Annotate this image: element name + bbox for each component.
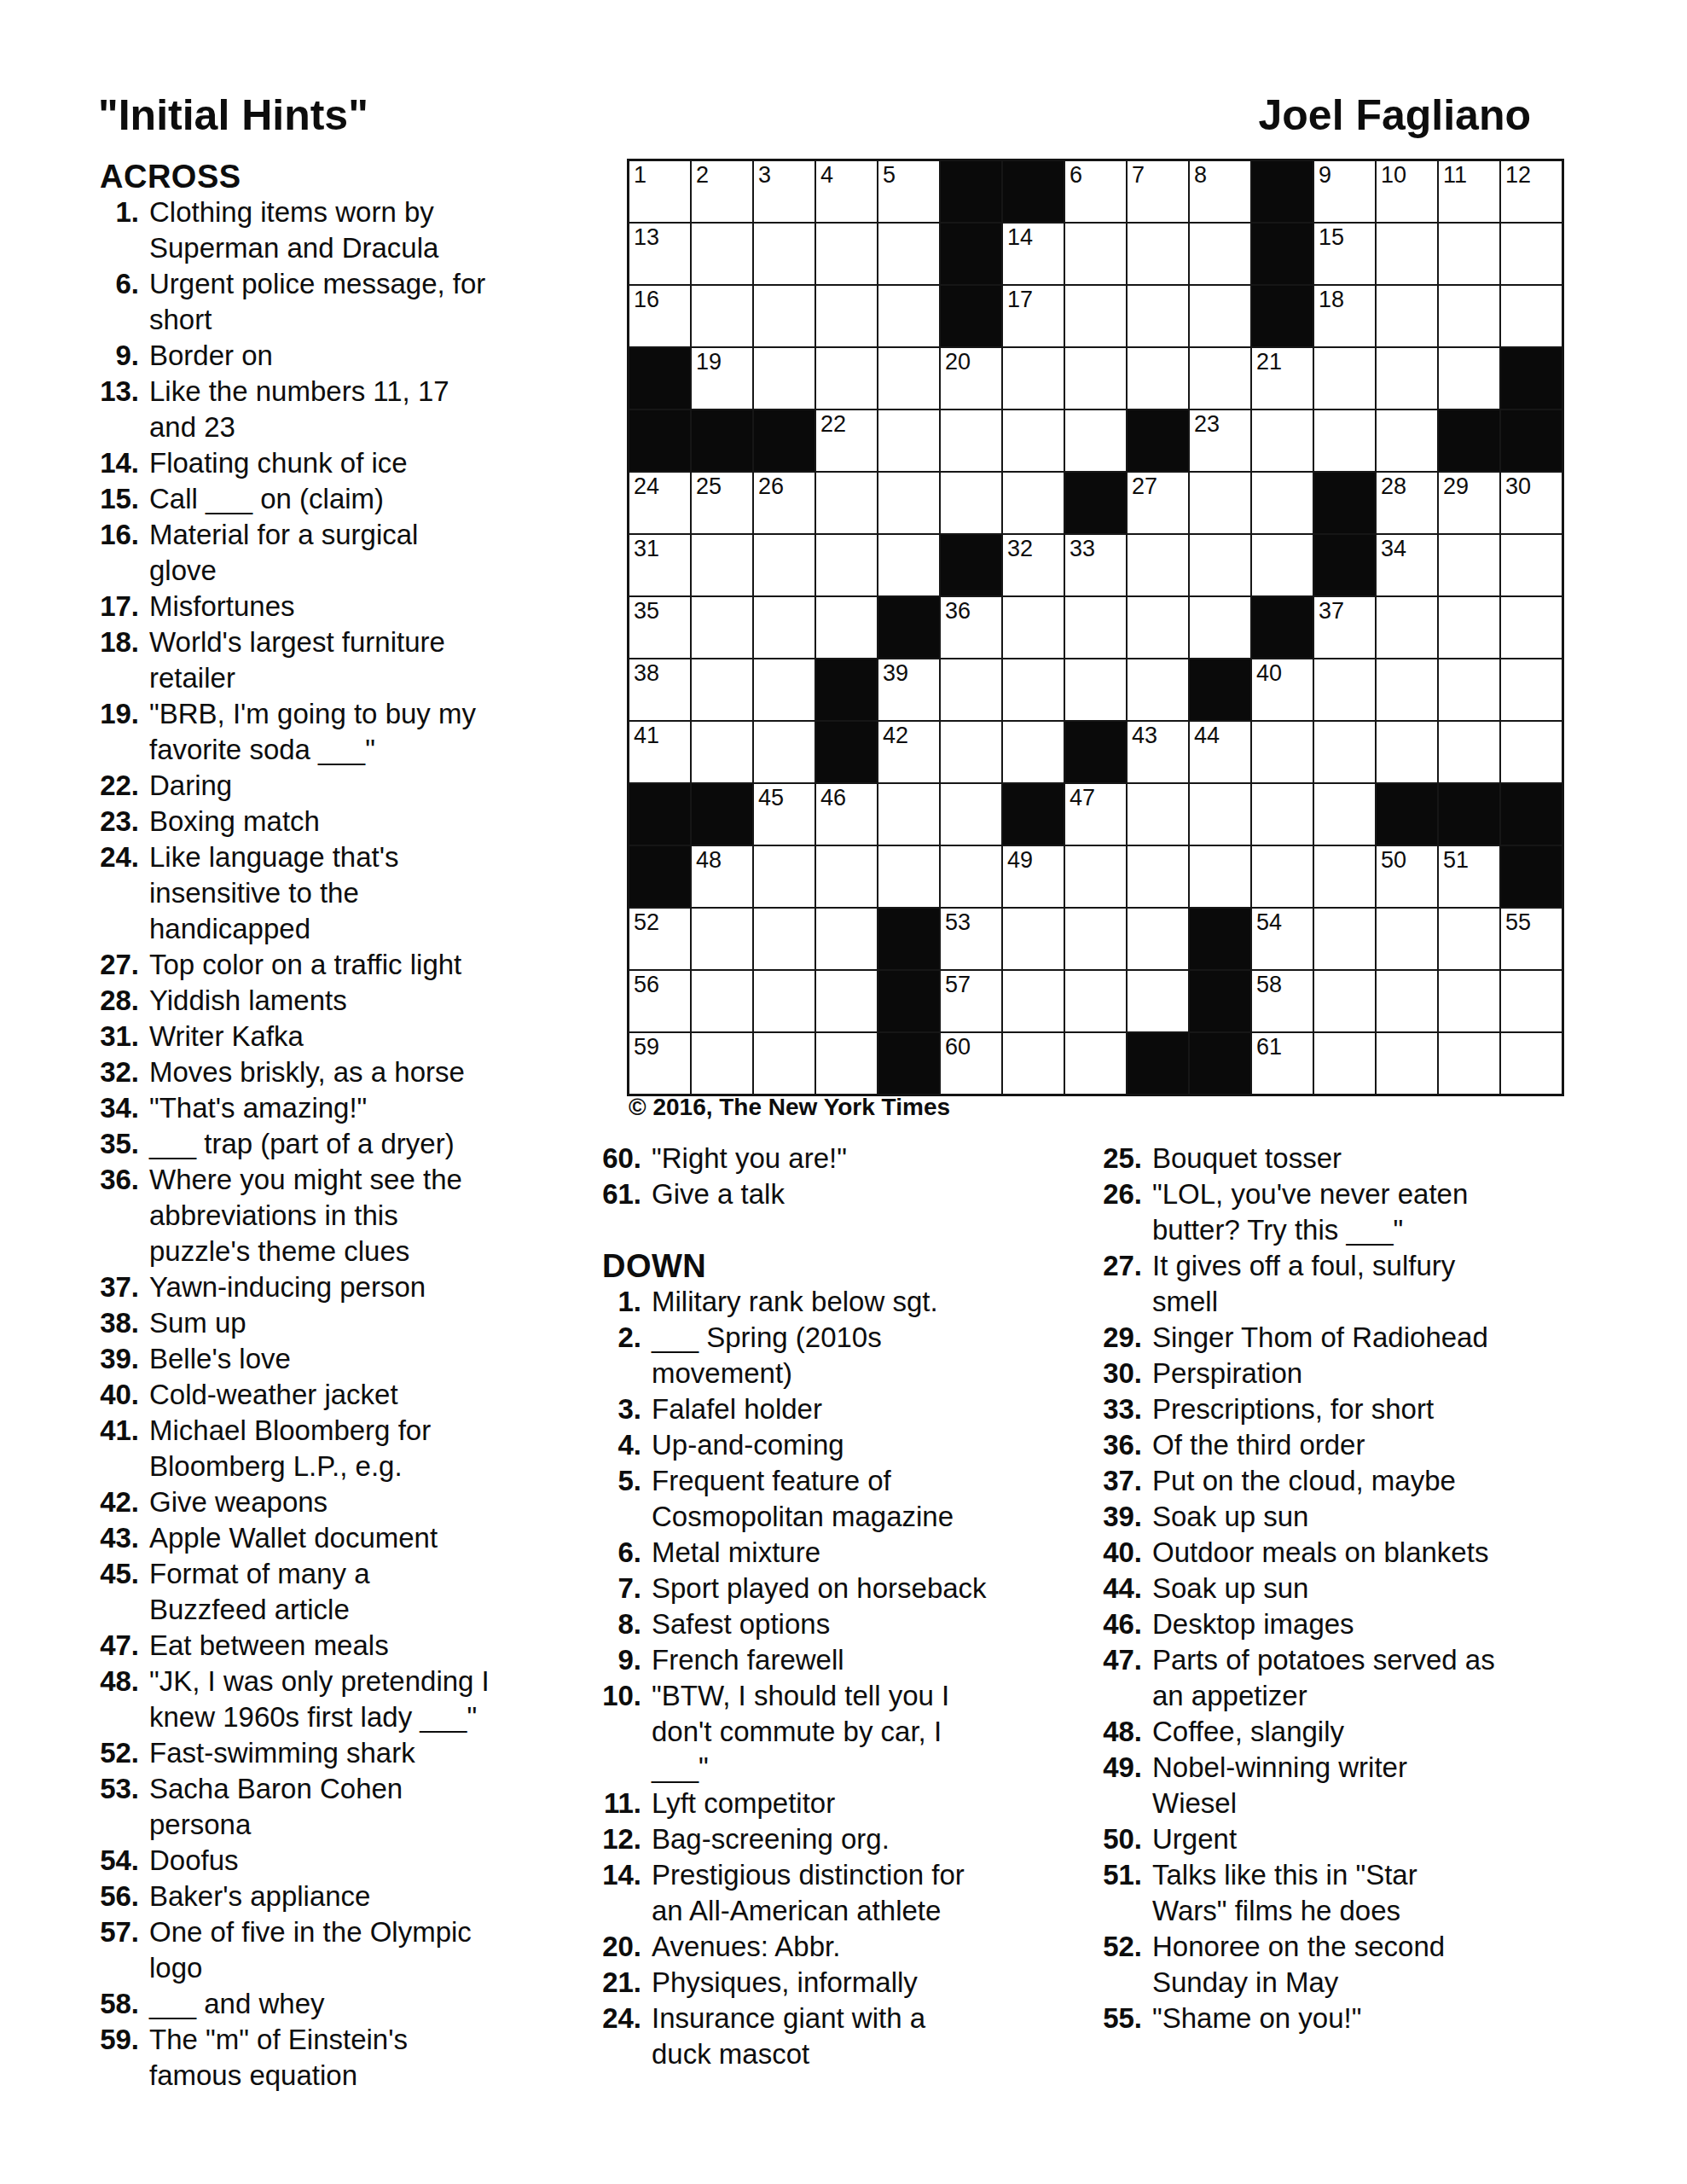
grid-cell[interactable]	[878, 534, 940, 596]
clue-number: 29.	[1103, 1320, 1142, 1356]
clue-number: 32.	[100, 1054, 139, 1090]
grid-cell[interactable]	[1500, 659, 1562, 721]
grid-cell[interactable]	[1189, 596, 1251, 659]
grid-cell[interactable]	[1251, 721, 1313, 783]
clue-number: 58.	[100, 1986, 139, 2022]
clue-item: 24.Insurance giant with a duck mascot	[602, 2001, 1080, 2072]
grid-cell-number: 17	[1007, 288, 1033, 311]
grid-cell[interactable]: 20	[940, 347, 1002, 409]
grid-cell[interactable]	[1438, 596, 1500, 659]
grid-cell[interactable]: 1	[629, 160, 691, 223]
grid-cell[interactable]: 28	[1376, 472, 1438, 534]
clue-item: 26."LOL, you've never eaten butter? Try …	[1103, 1176, 1610, 1248]
grid-cell-black	[1064, 721, 1127, 783]
grid-cell[interactable]: 45	[753, 783, 815, 845]
clue-item: 5.Frequent feature of Cosmopolitan magaz…	[602, 1463, 1080, 1535]
grid-cell[interactable]	[1064, 223, 1127, 285]
grid-cell[interactable]	[1376, 223, 1438, 285]
grid-cell[interactable]	[1002, 596, 1064, 659]
grid-cell[interactable]: 56	[629, 970, 691, 1032]
grid-cell[interactable]: 30	[1500, 472, 1562, 534]
grid-cell[interactable]	[1376, 1032, 1438, 1095]
grid-cell-number: 33	[1070, 537, 1095, 561]
grid-cell[interactable]	[878, 285, 940, 347]
grid-cell[interactable]	[1251, 534, 1313, 596]
grid-cell[interactable]	[753, 1032, 815, 1095]
grid-cell[interactable]: 6	[1064, 160, 1127, 223]
grid-cell-number: 21	[1256, 351, 1282, 374]
clue-number: 39.	[1103, 1499, 1142, 1535]
clue-number: 8.	[602, 1606, 641, 1642]
clue-number: 21.	[602, 1965, 641, 2001]
clue-text: Bouquet tosser	[1152, 1141, 1610, 1176]
clue-item: 37.Put on the cloud, maybe	[1103, 1463, 1610, 1499]
grid-cell[interactable]: 13	[629, 223, 691, 285]
grid-cell[interactable]	[691, 1032, 753, 1095]
grid-cell[interactable]	[1376, 347, 1438, 409]
grid-cell[interactable]	[815, 908, 878, 970]
clue-item: 6.Metal mixture	[602, 1535, 1080, 1571]
grid-cell-number: 34	[1381, 537, 1406, 561]
clue-item: 15.Call ___ on (claim)	[100, 481, 582, 517]
grid-cell[interactable]: 51	[1438, 845, 1500, 908]
grid-cell[interactable]: 22	[815, 409, 878, 472]
grid-cell[interactable]	[878, 223, 940, 285]
grid-cell[interactable]: 24	[629, 472, 691, 534]
grid-cell[interactable]	[815, 596, 878, 659]
grid-cell[interactable]	[1002, 347, 1064, 409]
grid-cell[interactable]: 11	[1438, 160, 1500, 223]
grid-cell[interactable]	[1376, 409, 1438, 472]
grid-cell[interactable]: 31	[629, 534, 691, 596]
grid-cell[interactable]	[1064, 659, 1127, 721]
grid-cell[interactable]: 37	[1313, 596, 1376, 659]
grid-cell[interactable]: 42	[878, 721, 940, 783]
grid-cell-number: 12	[1505, 164, 1531, 187]
copyright: © 2016, The New York Times	[629, 1094, 950, 1121]
grid-cell[interactable]: 34	[1376, 534, 1438, 596]
clue-number: 7.	[602, 1571, 641, 1606]
grid-cell[interactable]	[815, 970, 878, 1032]
grid-cell-number: 51	[1443, 849, 1469, 872]
clue-number: 22.	[100, 768, 139, 804]
clue-text: Metal mixture	[652, 1535, 1080, 1571]
grid-cell-number: 48	[696, 849, 722, 872]
clue-text: Nobel-winning writer Wiesel	[1152, 1750, 1610, 1821]
clue-text: Michael Bloomberg for Bloomberg L.P., e.…	[149, 1413, 582, 1484]
clue-text: "BRB, I'm going to buy my favorite soda …	[149, 696, 582, 768]
grid-cell[interactable]: 7	[1127, 160, 1189, 223]
grid-cell[interactable]	[691, 534, 753, 596]
clue-text: Put on the cloud, maybe	[1152, 1463, 1610, 1499]
grid-cell[interactable]	[1438, 970, 1500, 1032]
grid-cell[interactable]	[1189, 347, 1251, 409]
clue-text: Border on	[149, 338, 582, 374]
grid-cell-black	[1438, 409, 1500, 472]
grid-cell[interactable]	[1189, 223, 1251, 285]
grid-cell[interactable]	[1313, 845, 1376, 908]
grid-cell[interactable]	[691, 908, 753, 970]
grid-cell[interactable]: 55	[1500, 908, 1562, 970]
grid-cell[interactable]: 38	[629, 659, 691, 721]
down-clue-list-continued: 25.Bouquet tosser26."LOL, you've never e…	[1103, 1141, 1610, 2036]
grid-cell[interactable]	[1313, 721, 1376, 783]
grid-cell[interactable]	[1189, 534, 1251, 596]
grid-cell[interactable]: 16	[629, 285, 691, 347]
grid-cell[interactable]: 21	[1251, 347, 1313, 409]
grid-cell[interactable]: 17	[1002, 285, 1064, 347]
clue-text: Singer Thom of Radiohead	[1152, 1320, 1610, 1356]
grid-cell-black	[691, 409, 753, 472]
clue-number: 13.	[100, 374, 139, 409]
grid-cell[interactable]: 9	[1313, 160, 1376, 223]
grid-cell[interactable]	[1002, 409, 1064, 472]
clue-item: 54.Doofus	[100, 1843, 582, 1879]
grid-cell[interactable]	[940, 721, 1002, 783]
grid-cell[interactable]	[753, 908, 815, 970]
grid-cell-number: 42	[883, 724, 908, 747]
grid-cell[interactable]	[753, 970, 815, 1032]
clue-number: 36.	[100, 1162, 139, 1198]
grid-cell[interactable]: 40	[1251, 659, 1313, 721]
grid-cell[interactable]	[1313, 908, 1376, 970]
clue-text: Apple Wallet document	[149, 1520, 582, 1556]
grid-cell[interactable]	[1438, 223, 1500, 285]
grid-cell[interactable]	[1438, 1032, 1500, 1095]
grid-cell[interactable]: 54	[1251, 908, 1313, 970]
clue-item: 23.Boxing match	[100, 804, 582, 839]
clue-text: Floating chunk of ice	[149, 445, 582, 481]
grid-cell-black	[815, 721, 878, 783]
clue-item: 12.Bag-screening org.	[602, 1821, 1080, 1857]
grid-cell-number: 10	[1381, 164, 1406, 187]
grid-cell[interactable]	[1127, 845, 1189, 908]
grid-cell[interactable]	[1002, 721, 1064, 783]
clue-text: Cold-weather jacket	[149, 1377, 582, 1413]
grid-cell[interactable]	[1376, 721, 1438, 783]
grid-cell[interactable]	[1002, 1032, 1064, 1095]
grid-cell[interactable]: 50	[1376, 845, 1438, 908]
grid-cell-black	[940, 160, 1002, 223]
grid-cell[interactable]	[1251, 409, 1313, 472]
grid-cell[interactable]	[1313, 1032, 1376, 1095]
grid-cell[interactable]	[753, 659, 815, 721]
grid-cell[interactable]: 29	[1438, 472, 1500, 534]
grid-cell[interactable]	[1189, 472, 1251, 534]
grid-cell[interactable]	[1189, 783, 1251, 845]
grid-cell[interactable]	[878, 409, 940, 472]
clue-item: 37.Yawn-inducing person	[100, 1269, 582, 1305]
grid-cell[interactable]: 43	[1127, 721, 1189, 783]
grid-cell[interactable]	[815, 285, 878, 347]
grid-cell-number: 14	[1007, 226, 1033, 249]
grid-cell[interactable]: 14	[1002, 223, 1064, 285]
clue-text: ___ Spring (2010s movement)	[652, 1320, 1080, 1391]
grid-cell[interactable]	[1500, 596, 1562, 659]
grid-cell[interactable]: 10	[1376, 160, 1438, 223]
grid-cell-number: 36	[945, 600, 971, 623]
grid-cell[interactable]: 60	[940, 1032, 1002, 1095]
clue-number: 10.	[602, 1678, 641, 1714]
grid-cell[interactable]	[1313, 970, 1376, 1032]
grid-cell-number: 24	[634, 475, 659, 498]
grid-cell[interactable]	[1127, 596, 1189, 659]
grid-cell-black	[878, 596, 940, 659]
grid-cell[interactable]	[815, 223, 878, 285]
grid-cell[interactable]: 39	[878, 659, 940, 721]
grid-cell[interactable]	[1251, 845, 1313, 908]
grid-cell[interactable]	[1251, 783, 1313, 845]
grid-cell[interactable]	[1438, 534, 1500, 596]
clue-item: 28.Yiddish laments	[100, 983, 582, 1019]
grid-cell[interactable]	[1064, 845, 1127, 908]
grid-cell[interactable]	[1064, 285, 1127, 347]
grid-cell-number: 9	[1319, 164, 1331, 187]
grid-cell[interactable]: 44	[1189, 721, 1251, 783]
grid-cell[interactable]: 25	[691, 472, 753, 534]
grid-cell[interactable]: 5	[878, 160, 940, 223]
grid-cell[interactable]	[1064, 596, 1127, 659]
grid-cell[interactable]	[753, 721, 815, 783]
clue-text: Prescriptions, for short	[1152, 1391, 1610, 1427]
grid-cell[interactable]	[1127, 285, 1189, 347]
clue-number: 47.	[100, 1628, 139, 1664]
grid-cell[interactable]	[1064, 908, 1127, 970]
grid-cell-black	[815, 659, 878, 721]
clue-number: 42.	[100, 1484, 139, 1520]
clue-text: Physiques, informally	[652, 1965, 1080, 2001]
clue-number: 26.	[1103, 1176, 1142, 1212]
clue-number: 60.	[602, 1141, 641, 1176]
grid-cell[interactable]: 59	[629, 1032, 691, 1095]
grid-cell[interactable]: 57	[940, 970, 1002, 1032]
clue-item: 48."JK, I was only pretending I knew 196…	[100, 1664, 582, 1735]
clue-number: 1.	[602, 1284, 641, 1320]
grid-cell[interactable]	[1500, 721, 1562, 783]
grid-cell[interactable]	[878, 347, 940, 409]
clue-item: 57.One of five in the Olympic logo	[100, 1914, 582, 1986]
grid-cell[interactable]: 58	[1251, 970, 1313, 1032]
grid-cell[interactable]	[1002, 472, 1064, 534]
grid-cell-black	[940, 285, 1002, 347]
clue-text: ___ and whey	[149, 1986, 582, 2022]
grid-cell[interactable]	[1438, 908, 1500, 970]
grid-cell[interactable]: 23	[1189, 409, 1251, 472]
grid-cell-number: 16	[634, 288, 659, 311]
clue-text: Insurance giant with a duck mascot	[652, 2001, 1080, 2072]
grid-cell[interactable]	[940, 409, 1002, 472]
grid-cell[interactable]	[691, 285, 753, 347]
grid-cell-number: 53	[945, 911, 971, 934]
grid-cell[interactable]	[1376, 659, 1438, 721]
grid-cell[interactable]	[1127, 347, 1189, 409]
grid-cell[interactable]	[1313, 659, 1376, 721]
grid-cell[interactable]	[815, 1032, 878, 1095]
clue-number: 56.	[100, 1879, 139, 1914]
clue-number: 37.	[100, 1269, 139, 1305]
clue-text: Perspiration	[1152, 1356, 1610, 1391]
grid-cell[interactable]	[691, 970, 753, 1032]
grid-cell[interactable]: 26	[753, 472, 815, 534]
grid-cell[interactable]	[1127, 970, 1189, 1032]
clue-item: 52.Fast-swimming shark	[100, 1735, 582, 1771]
grid-cell[interactable]	[815, 472, 878, 534]
grid-cell[interactable]: 15	[1313, 223, 1376, 285]
grid-cell[interactable]: 49	[1002, 845, 1064, 908]
grid-cell[interactable]	[1064, 347, 1127, 409]
grid-cell[interactable]: 53	[940, 908, 1002, 970]
grid-cell[interactable]	[1376, 285, 1438, 347]
grid-cell[interactable]	[1064, 1032, 1127, 1095]
clue-text: Urgent	[1152, 1821, 1610, 1857]
grid-cell[interactable]: 12	[1500, 160, 1562, 223]
grid-cell[interactable]: 46	[815, 783, 878, 845]
grid-cell[interactable]	[815, 347, 878, 409]
grid-cell[interactable]	[1376, 596, 1438, 659]
grid-cell[interactable]	[1127, 783, 1189, 845]
grid-cell[interactable]	[1376, 908, 1438, 970]
clue-item: 2.___ Spring (2010s movement)	[602, 1320, 1080, 1391]
clue-item: 27.Top color on a traffic light	[100, 947, 582, 983]
grid-cell[interactable]: 52	[629, 908, 691, 970]
grid-cell-black	[1500, 347, 1562, 409]
grid-cell[interactable]	[1064, 970, 1127, 1032]
clue-item: 1.Clothing items worn by Superman and Dr…	[100, 195, 582, 266]
grid-cell-black	[1127, 1032, 1189, 1095]
grid-cell[interactable]: 61	[1251, 1032, 1313, 1095]
grid-cell[interactable]	[1500, 223, 1562, 285]
clue-number: 37.	[1103, 1463, 1142, 1499]
grid-cell[interactable]: 32	[1002, 534, 1064, 596]
grid-cell-number: 18	[1319, 288, 1344, 311]
grid-cell[interactable]	[940, 659, 1002, 721]
grid-cell[interactable]	[1127, 908, 1189, 970]
grid-cell[interactable]	[1127, 534, 1189, 596]
grid-cell[interactable]	[1500, 1032, 1562, 1095]
grid-cell[interactable]: 4	[815, 160, 878, 223]
clue-item: 6.Urgent police message, for short	[100, 266, 582, 338]
puzzle-page: { "game": "crossword", "title": "\"Initi…	[0, 0, 1687, 2184]
grid-cell[interactable]: 47	[1064, 783, 1127, 845]
grid-cell-number: 28	[1381, 475, 1406, 498]
grid-cell[interactable]	[1251, 472, 1313, 534]
grid-cell[interactable]	[691, 721, 753, 783]
clue-text: It gives off a foul, sulfury smell	[1152, 1248, 1610, 1320]
clue-item: 36.Of the third order	[1103, 1427, 1610, 1463]
grid-cell[interactable]: 36	[940, 596, 1002, 659]
clue-number: 16.	[100, 517, 139, 553]
grid-cell-black	[629, 347, 691, 409]
clue-text: "Shame on you!"	[1152, 2001, 1610, 2036]
grid-cell[interactable]	[1500, 534, 1562, 596]
grid-cell[interactable]	[878, 845, 940, 908]
grid-cell[interactable]: 18	[1313, 285, 1376, 347]
clue-number: 9.	[602, 1642, 641, 1678]
clue-item: 52.Honoree on the second Sunday in May	[1103, 1929, 1610, 2001]
grid-cell[interactable]	[940, 845, 1002, 908]
grid-cell[interactable]	[940, 783, 1002, 845]
grid-cell[interactable]: 33	[1064, 534, 1127, 596]
grid-cell-black	[1251, 223, 1313, 285]
grid-cell[interactable]	[753, 285, 815, 347]
clue-item: 22.Daring	[100, 768, 582, 804]
grid-cell[interactable]: 19	[691, 347, 753, 409]
grid-cell[interactable]	[691, 596, 753, 659]
clue-text: Yiddish laments	[149, 983, 582, 1019]
grid-cell[interactable]: 27	[1127, 472, 1189, 534]
clue-text: Top color on a traffic light	[149, 947, 582, 983]
grid-cell[interactable]	[1438, 285, 1500, 347]
grid-cell[interactable]	[1127, 659, 1189, 721]
grid-cell[interactable]	[1002, 908, 1064, 970]
clue-item: 16.Material for a surgical glove	[100, 517, 582, 589]
grid-cell[interactable]	[815, 845, 878, 908]
grid-cell[interactable]	[753, 347, 815, 409]
grid-cell[interactable]	[753, 845, 815, 908]
grid-cell[interactable]: 3	[753, 160, 815, 223]
grid-cell[interactable]: 41	[629, 721, 691, 783]
grid-cell-number: 46	[820, 787, 846, 810]
grid-cell[interactable]	[1438, 721, 1500, 783]
grid-cell[interactable]	[1438, 347, 1500, 409]
grid-cell[interactable]	[815, 534, 878, 596]
grid-cell[interactable]	[940, 472, 1002, 534]
grid-cell[interactable]	[1189, 845, 1251, 908]
grid-cell[interactable]: 8	[1189, 160, 1251, 223]
grid-cell[interactable]	[1500, 285, 1562, 347]
grid-cell[interactable]	[691, 223, 753, 285]
clue-text: Urgent police message, for short	[149, 266, 582, 338]
grid-cell[interactable]	[753, 223, 815, 285]
grid-cell[interactable]	[1002, 659, 1064, 721]
clue-item: 14.Floating chunk of ice	[100, 445, 582, 481]
grid-cell[interactable]	[1313, 409, 1376, 472]
grid-cell-number: 29	[1443, 475, 1469, 498]
grid-cell[interactable]: 2	[691, 160, 753, 223]
grid-cell-number: 56	[634, 973, 659, 996]
grid-cell[interactable]	[878, 783, 940, 845]
clue-item: 47.Eat between meals	[100, 1628, 582, 1664]
grid-cell-black	[1189, 908, 1251, 970]
clue-text: Lyft competitor	[652, 1786, 1080, 1821]
grid-cell[interactable]	[691, 659, 753, 721]
grid-cell[interactable]	[753, 596, 815, 659]
clue-item: 49.Nobel-winning writer Wiesel	[1103, 1750, 1610, 1821]
grid-cell[interactable]	[1376, 970, 1438, 1032]
grid-cell-number: 6	[1070, 164, 1082, 187]
grid-cell[interactable]	[1438, 659, 1500, 721]
grid-cell-black	[878, 970, 940, 1032]
grid-cell[interactable]	[878, 472, 940, 534]
grid-cell-number: 47	[1070, 787, 1095, 810]
grid-cell[interactable]	[1189, 285, 1251, 347]
grid-cell[interactable]: 35	[629, 596, 691, 659]
grid-cell[interactable]	[1064, 409, 1127, 472]
grid-cell[interactable]	[1313, 783, 1376, 845]
grid-cell[interactable]	[753, 534, 815, 596]
grid-cell-number: 30	[1505, 475, 1531, 498]
grid-cell[interactable]	[1313, 347, 1376, 409]
clue-text: Like the numbers 11, 17 and 23	[149, 374, 582, 445]
grid-cell[interactable]	[1500, 970, 1562, 1032]
clue-number: 5.	[602, 1463, 641, 1499]
grid-cell[interactable]	[1002, 970, 1064, 1032]
grid-cell[interactable]	[1127, 223, 1189, 285]
clue-text: Belle's love	[149, 1341, 582, 1377]
grid-cell-black	[1438, 783, 1500, 845]
grid-cell[interactable]: 48	[691, 845, 753, 908]
grid-cell-black	[1064, 472, 1127, 534]
